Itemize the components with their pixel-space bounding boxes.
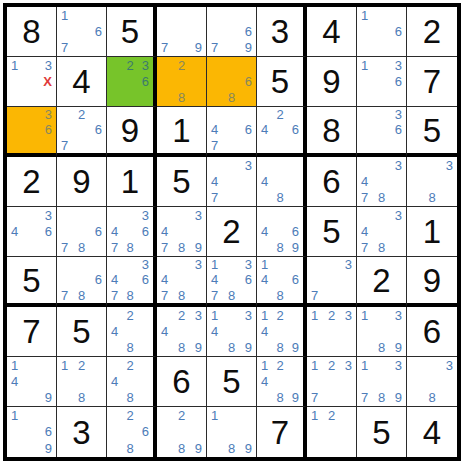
cell-r4c9[interactable]: 38: [407, 157, 457, 207]
cell-r3c1[interactable]: 36: [7, 107, 57, 157]
empty-candidate-slot: [223, 407, 239, 424]
candidate-4: 4: [257, 373, 272, 389]
empty-candidate-slot: [257, 138, 272, 153]
empty-candidate-slot: [207, 440, 223, 457]
empty-candidate-slot: [107, 390, 122, 406]
candidate-3: 3: [440, 357, 457, 373]
pencil-marks: 167: [57, 7, 106, 56]
empty-candidate-slot: [57, 23, 73, 39]
candidate-9: 9: [390, 340, 406, 356]
solved-digit: 4: [72, 65, 90, 98]
empty-candidate-slot: [138, 288, 153, 303]
cell-r7c5[interactable]: 13489: [207, 307, 257, 357]
empty-candidate-slot: [357, 340, 373, 356]
empty-candidate-slot: [90, 257, 106, 272]
empty-candidate-slot: [240, 288, 256, 303]
empty-candidate-slot: [73, 257, 89, 272]
cell-r2c5[interactable]: 68: [207, 57, 257, 107]
cell-r8c1[interactable]: 149: [7, 357, 57, 407]
cell-r4c2[interactable]: 9: [57, 157, 107, 207]
pencil-marks: 169: [7, 407, 56, 457]
candidate-8: 8: [122, 240, 137, 256]
candidate-1: 1: [357, 357, 373, 373]
cell-r8c6[interactable]: 12489: [257, 357, 307, 407]
candidate-8: 8: [272, 390, 287, 406]
empty-candidate-slot: [7, 138, 23, 153]
empty-candidate-slot: [340, 288, 356, 303]
cell-r3c4[interactable]: 1: [157, 107, 207, 157]
empty-candidate-slot: [90, 288, 106, 303]
candidate-2: 2: [323, 357, 339, 373]
cell-r9c6[interactable]: 7: [257, 407, 307, 457]
candidate-6: 6: [240, 122, 256, 137]
candidate-1: 1: [207, 257, 223, 272]
cell-r5c9[interactable]: 1: [407, 207, 457, 257]
pencil-marks: 189: [207, 407, 256, 457]
cell-r3c6[interactable]: 246: [257, 107, 307, 157]
candidate-7: 7: [307, 390, 323, 406]
cell-r3c5[interactable]: 467: [207, 107, 257, 157]
candidate-3: 3: [240, 157, 256, 173]
cell-r4c3[interactable]: 1: [107, 157, 157, 207]
cell-r9c3[interactable]: 268: [107, 407, 157, 457]
candidate-2: 2: [122, 57, 137, 73]
cell-r1c9[interactable]: 2: [407, 7, 457, 57]
empty-candidate-slot: [23, 138, 39, 153]
empty-candidate-slot: [173, 40, 189, 56]
cell-r9c4[interactable]: 289: [157, 407, 207, 457]
cell-r8c2[interactable]: 128: [57, 357, 107, 407]
empty-candidate-slot: [272, 272, 287, 287]
candidate-3: 3: [240, 307, 256, 323]
empty-candidate-slot: [207, 57, 223, 73]
candidate-1: 1: [7, 357, 23, 373]
solved-digit: 6: [423, 315, 441, 348]
solved-digit: 5: [423, 114, 441, 147]
cell-r7c6[interactable]: 12489: [257, 307, 307, 357]
cell-r9c8[interactable]: 5: [357, 407, 407, 457]
empty-candidate-slot: [23, 207, 39, 223]
cell-r9c7[interactable]: 12: [307, 407, 357, 457]
pencil-marks: 36: [7, 107, 56, 153]
cell-r6c1[interactable]: 5: [7, 257, 57, 307]
cell-r9c9[interactable]: 4: [407, 407, 457, 457]
solved-digit: 5: [22, 264, 40, 297]
candidate-1: 1: [257, 357, 272, 373]
cell-r6c7[interactable]: 37: [307, 257, 357, 307]
cell-r7c7[interactable]: 123: [307, 307, 357, 357]
cell-r9c1[interactable]: 169: [7, 407, 57, 457]
pencil-marks: 68: [207, 57, 256, 106]
solved-digit: 9: [121, 114, 139, 147]
empty-candidate-slot: [390, 223, 406, 239]
candidate-4: 4: [107, 272, 122, 287]
empty-candidate-slot: [207, 90, 223, 106]
cell-r8c4[interactable]: 6: [157, 357, 207, 407]
cell-r6c3[interactable]: 34678: [107, 257, 157, 307]
cell-r5c2[interactable]: 678: [57, 207, 107, 257]
candidate-3: 3: [190, 207, 206, 223]
empty-candidate-slot: [40, 373, 56, 389]
empty-candidate-slot: [373, 90, 389, 106]
solved-digit: 1: [423, 215, 441, 248]
empty-candidate-slot: [223, 424, 239, 441]
candidate-9: 9: [390, 390, 406, 406]
empty-candidate-slot: [122, 73, 137, 89]
cell-r6c9[interactable]: 9: [407, 257, 457, 307]
cell-r9c5[interactable]: 189: [207, 407, 257, 457]
cell-r2c3[interactable]: 236: [107, 57, 157, 107]
cell-r8c3[interactable]: 248: [107, 357, 157, 407]
cell-r1c6[interactable]: 3: [257, 7, 307, 57]
candidate-8: 8: [173, 288, 189, 303]
candidate-8: 8: [223, 340, 239, 356]
cell-r3c2[interactable]: 267: [57, 107, 107, 157]
empty-candidate-slot: [288, 138, 303, 153]
empty-candidate-slot: [40, 240, 56, 256]
solved-digit: 7: [271, 416, 289, 449]
cell-r5c3[interactable]: 34678: [107, 207, 157, 257]
empty-candidate-slot: [157, 424, 173, 441]
cell-r8c7[interactable]: 1237: [307, 357, 357, 407]
empty-candidate-slot: [107, 207, 122, 223]
empty-candidate-slot: [157, 7, 173, 23]
empty-candidate-slot: [407, 173, 424, 189]
cell-r6c4[interactable]: 3478: [157, 257, 207, 307]
candidate-6: 6: [240, 73, 256, 89]
candidate-4: 4: [107, 323, 122, 339]
candidate-6: 6: [288, 223, 303, 239]
cell-r3c9[interactable]: 5: [407, 107, 457, 157]
candidate-2: 2: [272, 307, 287, 323]
empty-candidate-slot: [7, 390, 23, 406]
empty-candidate-slot: [357, 23, 373, 39]
empty-candidate-slot: [7, 440, 23, 457]
cell-r2c1[interactable]: 13X: [7, 57, 57, 107]
empty-candidate-slot: [157, 440, 173, 457]
empty-candidate-slot: [73, 40, 89, 56]
cell-r8c5[interactable]: 5: [207, 357, 257, 407]
empty-candidate-slot: [173, 23, 189, 39]
cell-r1c3[interactable]: 5: [107, 7, 157, 57]
candidate-7: 7: [357, 390, 373, 406]
candidate-4: 4: [107, 373, 122, 389]
empty-candidate-slot: [7, 90, 23, 106]
pencil-marks: 13789: [357, 357, 406, 406]
cell-r3c8[interactable]: 36: [357, 107, 407, 157]
candidate-3: 3: [340, 257, 356, 272]
cell-r1c2[interactable]: 167: [57, 7, 107, 57]
cell-r6c6[interactable]: 1468: [257, 257, 307, 307]
candidate-2: 2: [323, 307, 339, 323]
cell-r1c4[interactable]: 79: [157, 7, 207, 57]
pencil-marks: 467: [207, 107, 256, 153]
empty-candidate-slot: [122, 373, 137, 389]
empty-candidate-slot: [223, 173, 239, 189]
empty-candidate-slot: [23, 57, 39, 73]
cell-r9c2[interactable]: 3: [57, 407, 107, 457]
empty-candidate-slot: [207, 7, 223, 23]
empty-candidate-slot: [288, 207, 303, 223]
cell-r2c9[interactable]: 7: [407, 57, 457, 107]
candidate-4: 4: [257, 272, 272, 287]
candidate-3: 3: [190, 257, 206, 272]
candidate-9: 9: [190, 40, 206, 56]
empty-candidate-slot: [240, 407, 256, 424]
empty-candidate-slot: [207, 73, 223, 89]
empty-candidate-slot: [288, 257, 303, 272]
cell-r7c1[interactable]: 7: [7, 307, 57, 357]
candidate-2: 2: [122, 407, 137, 424]
empty-candidate-slot: [122, 272, 137, 287]
candidate-6: 6: [40, 223, 56, 239]
empty-candidate-slot: [207, 157, 223, 173]
candidate-6: 6: [138, 73, 153, 89]
cell-r3c7[interactable]: 8: [307, 107, 357, 157]
candidate-6: 6: [288, 122, 303, 137]
empty-candidate-slot: [122, 207, 137, 223]
candidate-4: 4: [7, 223, 23, 239]
cell-r5c8[interactable]: 3478: [357, 207, 407, 257]
candidate-6: 6: [240, 23, 256, 39]
candidate-8: 8: [173, 440, 189, 457]
solved-digit: 5: [372, 416, 390, 449]
candidate-4: 4: [257, 173, 272, 189]
empty-candidate-slot: [90, 240, 106, 256]
pencil-marks: 248: [107, 357, 153, 406]
empty-candidate-slot: [257, 288, 272, 303]
cell-r8c9[interactable]: 38: [407, 357, 457, 407]
cell-r7c4[interactable]: 23489: [157, 307, 207, 357]
candidate-6: 6: [138, 424, 153, 441]
empty-candidate-slot: [138, 323, 153, 339]
cell-r2c2[interactable]: 4: [57, 57, 107, 107]
empty-candidate-slot: [390, 190, 406, 206]
empty-candidate-slot: [424, 373, 441, 389]
cell-r7c2[interactable]: 5: [57, 307, 107, 357]
cell-r1c1[interactable]: 8: [7, 7, 57, 57]
candidate-1: 1: [257, 307, 272, 323]
cell-r4c1[interactable]: 2: [7, 157, 57, 207]
candidate-6: 6: [90, 122, 106, 137]
pencil-marks: 12489: [257, 357, 303, 406]
pencil-marks: 289: [157, 407, 206, 457]
empty-candidate-slot: [373, 323, 389, 339]
candidate-3: 3: [138, 257, 153, 272]
empty-candidate-slot: [107, 440, 122, 457]
cell-r5c4[interactable]: 34789: [157, 207, 207, 257]
pencil-marks: 38: [407, 357, 457, 406]
candidate-8: 8: [373, 190, 389, 206]
empty-candidate-slot: [223, 7, 239, 23]
empty-candidate-slot: [257, 107, 272, 122]
empty-candidate-slot: [23, 122, 39, 137]
solved-digit: 2: [222, 215, 240, 248]
candidate-4: 4: [357, 223, 373, 239]
empty-candidate-slot: [73, 373, 89, 389]
candidate-7: 7: [57, 240, 73, 256]
empty-candidate-slot: [40, 357, 56, 373]
empty-candidate-slot: [407, 373, 424, 389]
empty-candidate-slot: [440, 173, 457, 189]
empty-candidate-slot: [240, 190, 256, 206]
candidate-3: 3: [138, 207, 153, 223]
empty-candidate-slot: [207, 23, 223, 39]
empty-candidate-slot: [173, 257, 189, 272]
empty-candidate-slot: [272, 323, 287, 339]
cell-r2c6[interactable]: 5: [257, 57, 307, 107]
empty-candidate-slot: [157, 23, 173, 39]
solved-digit: 7: [22, 315, 40, 348]
empty-candidate-slot: [424, 157, 441, 173]
empty-candidate-slot: [440, 373, 457, 389]
cell-r1c7[interactable]: 4: [307, 7, 357, 57]
cell-r1c8[interactable]: 16: [357, 7, 407, 57]
empty-candidate-slot: [90, 207, 106, 223]
empty-candidate-slot: [173, 207, 189, 223]
empty-candidate-slot: [323, 288, 339, 303]
empty-candidate-slot: [190, 90, 206, 106]
candidate-3: 3: [390, 107, 406, 122]
candidate-1: 1: [207, 407, 223, 424]
candidate-4: 4: [357, 173, 373, 189]
pencil-marks: 1389: [357, 307, 406, 356]
empty-candidate-slot: [173, 223, 189, 239]
empty-candidate-slot: [357, 122, 373, 137]
empty-candidate-slot: [157, 90, 173, 106]
empty-candidate-slot: [257, 190, 272, 206]
candidate-4: 4: [107, 223, 122, 239]
cell-r8c8[interactable]: 13789: [357, 357, 407, 407]
empty-candidate-slot: [272, 157, 287, 173]
cell-r4c7[interactable]: 6: [307, 157, 357, 207]
empty-candidate-slot: [23, 73, 39, 89]
empty-candidate-slot: [40, 138, 56, 153]
empty-candidate-slot: [240, 173, 256, 189]
candidate-2: 2: [73, 107, 89, 122]
cell-r4c5[interactable]: 347: [207, 157, 257, 207]
candidate-6: 6: [138, 223, 153, 239]
candidate-6: 6: [138, 272, 153, 287]
empty-candidate-slot: [323, 257, 339, 272]
empty-candidate-slot: [7, 240, 23, 256]
empty-candidate-slot: [340, 373, 356, 389]
empty-candidate-slot: [23, 240, 39, 256]
cell-r5c7[interactable]: 5: [307, 207, 357, 257]
empty-candidate-slot: [157, 73, 173, 89]
empty-candidate-slot: [288, 190, 303, 206]
candidate-3: 3: [40, 107, 56, 122]
candidate-7: 7: [357, 190, 373, 206]
cell-r6c2[interactable]: 678: [57, 257, 107, 307]
cell-r7c9[interactable]: 6: [407, 307, 457, 357]
candidate-8: 8: [122, 340, 137, 356]
empty-candidate-slot: [357, 157, 373, 173]
empty-candidate-slot: [373, 73, 389, 89]
empty-candidate-slot: [307, 272, 323, 287]
empty-candidate-slot: [272, 173, 287, 189]
solved-digit: 8: [22, 15, 40, 48]
candidate-7: 7: [207, 138, 223, 153]
empty-candidate-slot: [90, 40, 106, 56]
candidate-1: 1: [357, 307, 373, 323]
empty-candidate-slot: [73, 7, 89, 23]
empty-candidate-slot: [223, 40, 239, 56]
solved-digit: 5: [222, 365, 240, 398]
pencil-marks: 13X: [7, 57, 56, 106]
pencil-marks: 34678: [107, 257, 153, 303]
pencil-marks: 13489: [207, 307, 256, 356]
candidate-8: 8: [373, 390, 389, 406]
cell-r7c3[interactable]: 248: [107, 307, 157, 357]
empty-candidate-slot: [157, 257, 173, 272]
empty-candidate-slot: [390, 40, 406, 56]
empty-candidate-slot: [272, 223, 287, 239]
cell-r5c6[interactable]: 4689: [257, 207, 307, 257]
pencil-marks: 3478: [157, 257, 206, 303]
cell-r6c8[interactable]: 2: [357, 257, 407, 307]
empty-candidate-slot: [257, 240, 272, 256]
pencil-marks: 36: [357, 107, 406, 153]
cell-r5c5[interactable]: 2: [207, 207, 257, 257]
empty-candidate-slot: [73, 23, 89, 39]
pencil-marks: 236: [107, 57, 153, 106]
pencil-marks: 134678: [207, 257, 256, 303]
empty-candidate-slot: [440, 390, 457, 406]
candidate-2: 2: [122, 307, 137, 323]
empty-candidate-slot: [7, 73, 23, 89]
empty-candidate-slot: [107, 424, 122, 441]
candidate-9: 9: [40, 440, 56, 457]
solved-digit: 9: [322, 65, 340, 98]
solved-digit: 2: [372, 264, 390, 297]
candidate-8: 8: [73, 390, 89, 406]
pencil-marks: 347: [207, 157, 256, 206]
empty-candidate-slot: [323, 373, 339, 389]
pencil-marks: 248: [107, 307, 153, 356]
empty-candidate-slot: [107, 257, 122, 272]
empty-candidate-slot: [23, 424, 39, 441]
empty-candidate-slot: [57, 257, 73, 272]
empty-candidate-slot: [440, 190, 457, 206]
cell-r1c5[interactable]: 679: [207, 7, 257, 57]
empty-candidate-slot: [57, 122, 73, 137]
empty-candidate-slot: [390, 373, 406, 389]
candidate-4: 4: [207, 122, 223, 137]
empty-candidate-slot: [107, 340, 122, 356]
candidate-7: 7: [207, 40, 223, 56]
cell-r7c8[interactable]: 1389: [357, 307, 407, 357]
empty-candidate-slot: [138, 390, 153, 406]
cell-r4c6[interactable]: 48: [257, 157, 307, 207]
empty-candidate-slot: [307, 424, 323, 441]
candidate-2: 2: [272, 357, 287, 373]
solved-digit: 7: [423, 65, 441, 98]
empty-candidate-slot: [373, 23, 389, 39]
empty-candidate-slot: [373, 373, 389, 389]
cell-r5c1[interactable]: 346: [7, 207, 57, 257]
cell-r3c3[interactable]: 9: [107, 107, 157, 157]
empty-candidate-slot: [323, 323, 339, 339]
candidate-1: 1: [307, 307, 323, 323]
cell-r2c8[interactable]: 136: [357, 57, 407, 107]
cell-r2c7[interactable]: 9: [307, 57, 357, 107]
cell-r6c5[interactable]: 134678: [207, 257, 257, 307]
cell-r4c8[interactable]: 3478: [357, 157, 407, 207]
cell-r2c4[interactable]: 28: [157, 57, 207, 107]
cell-r4c4[interactable]: 5: [157, 157, 207, 207]
empty-candidate-slot: [373, 357, 389, 373]
